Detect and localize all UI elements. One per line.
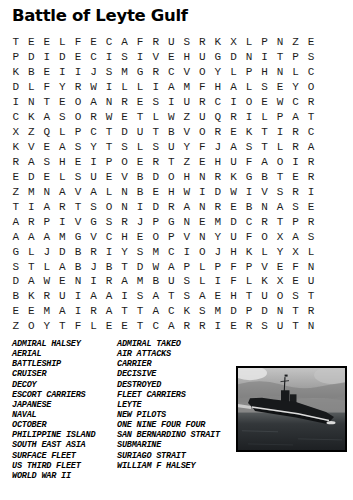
grid-cell: C bbox=[8, 110, 24, 125]
grid-cell: L bbox=[24, 80, 40, 95]
grid-cell: D bbox=[210, 184, 226, 199]
grid-cell: E bbox=[226, 319, 242, 334]
grid-cell: I bbox=[272, 125, 288, 140]
grid-cell: I bbox=[303, 184, 319, 199]
word-list-item: JAPANESE bbox=[12, 400, 95, 410]
grid-cell: Q bbox=[210, 110, 226, 125]
grid-cell: H bbox=[257, 65, 273, 80]
grid-cell: A bbox=[86, 184, 102, 199]
grid-cell: P bbox=[288, 214, 304, 229]
grid-cell: L bbox=[55, 125, 71, 140]
grid-cell: T bbox=[272, 214, 288, 229]
grid-cell: J bbox=[86, 259, 102, 274]
grid-cell: R bbox=[210, 199, 226, 214]
grid-cell: M bbox=[210, 214, 226, 229]
grid-cell: E bbox=[55, 95, 71, 110]
page-title: Battle of Leyte Gulf bbox=[12, 6, 188, 25]
grid-cell: O bbox=[241, 95, 257, 110]
grid-cell: I bbox=[24, 199, 40, 214]
grid-cell: I bbox=[101, 80, 117, 95]
grid-cell: K bbox=[210, 35, 226, 50]
grid-cell: Y bbox=[117, 244, 133, 259]
grid-cell: E bbox=[132, 95, 148, 110]
grid-cell: L bbox=[195, 274, 211, 289]
grid-cell: D bbox=[8, 80, 24, 95]
grid-cell: M bbox=[210, 304, 226, 319]
grid-cell: E bbox=[195, 155, 211, 170]
grid-cell: A bbox=[226, 140, 242, 155]
grid-cell: L bbox=[288, 65, 304, 80]
grid-cell: C bbox=[163, 65, 179, 80]
grid-cell: U bbox=[86, 169, 102, 184]
grid-cell: H bbox=[179, 50, 195, 65]
grid-cell: P bbox=[241, 259, 257, 274]
grid-cell: D bbox=[226, 214, 242, 229]
grid-cell: X bbox=[288, 244, 304, 259]
grid-cell: U bbox=[163, 35, 179, 50]
grid-cell: A bbox=[257, 155, 273, 170]
grid-cell: R bbox=[257, 214, 273, 229]
grid-cell: O bbox=[272, 289, 288, 304]
grid-cell: K bbox=[241, 125, 257, 140]
grid-cell: E bbox=[101, 319, 117, 334]
grid-cell: I bbox=[101, 244, 117, 259]
word-list-item: SUBMARINE bbox=[117, 440, 220, 450]
grid-cell: A bbox=[24, 274, 40, 289]
grid-cell: D bbox=[257, 304, 273, 319]
grid-cell: G bbox=[70, 229, 86, 244]
grid-cell: N bbox=[241, 50, 257, 65]
grid-cell: H bbox=[117, 229, 133, 244]
grid-cell: R bbox=[24, 214, 40, 229]
grid-cell: D bbox=[24, 50, 40, 65]
grid-cell: A bbox=[8, 214, 24, 229]
grid-cell: Q bbox=[39, 125, 55, 140]
grid-cell: X bbox=[272, 229, 288, 244]
word-list-item: DECOY bbox=[12, 380, 95, 390]
grid-cell: T bbox=[257, 125, 273, 140]
grid-cell: A bbox=[55, 184, 71, 199]
grid-cell: O bbox=[117, 155, 133, 170]
grid-cell: B bbox=[70, 244, 86, 259]
grid-cell: L bbox=[86, 319, 102, 334]
grid-cell: T bbox=[303, 110, 319, 125]
grid-cell: P bbox=[39, 214, 55, 229]
grid-cell: V bbox=[117, 169, 133, 184]
grid-cell: Y bbox=[39, 319, 55, 334]
grid-cell: O bbox=[148, 229, 164, 244]
grid-cell: N bbox=[257, 199, 273, 214]
grid-cell: A bbox=[163, 319, 179, 334]
grid-cell: S bbox=[303, 229, 319, 244]
grid-cell: R bbox=[210, 125, 226, 140]
grid-cell: S bbox=[39, 155, 55, 170]
grid-cell: L bbox=[132, 140, 148, 155]
grid-cell: K bbox=[8, 65, 24, 80]
grid-cell: I bbox=[86, 155, 102, 170]
grid-cell: X bbox=[272, 274, 288, 289]
grid-cell: A bbox=[117, 274, 133, 289]
grid-cell: G bbox=[241, 169, 257, 184]
grid-cell: P bbox=[163, 229, 179, 244]
grid-cell: E bbox=[39, 65, 55, 80]
grid-cell: U bbox=[303, 274, 319, 289]
grid-cell: E bbox=[288, 169, 304, 184]
word-list-item: SOUTH EAST ASIA bbox=[12, 440, 95, 450]
grid-cell: U bbox=[163, 274, 179, 289]
grid-cell: P bbox=[148, 214, 164, 229]
grid-cell: W bbox=[226, 184, 242, 199]
grid-cell: R bbox=[86, 304, 102, 319]
grid-cell: M bbox=[148, 244, 164, 259]
grid-cell: S bbox=[195, 304, 211, 319]
grid-cell: Y bbox=[288, 80, 304, 95]
grid-cell: T bbox=[70, 199, 86, 214]
grid-cell: W bbox=[86, 80, 102, 95]
grid-cell: R bbox=[241, 319, 257, 334]
grid-cell: E bbox=[24, 35, 40, 50]
grid-cell: P bbox=[101, 155, 117, 170]
grid-cell: L bbox=[241, 274, 257, 289]
grid-cell: R bbox=[86, 110, 102, 125]
grid-cell: I bbox=[101, 50, 117, 65]
grid-cell: A bbox=[148, 304, 164, 319]
grid-cell: G bbox=[8, 244, 24, 259]
grid-cell: S bbox=[257, 80, 273, 95]
grid-cell: E bbox=[303, 199, 319, 214]
grid-cell: A bbox=[24, 229, 40, 244]
word-list-item: SURIAGO STRAIT bbox=[117, 451, 220, 461]
grid-cell: E bbox=[86, 35, 102, 50]
grid-cell: N bbox=[272, 65, 288, 80]
grid-cell: P bbox=[210, 259, 226, 274]
grid-cell: S bbox=[70, 169, 86, 184]
grid-cell: A bbox=[86, 95, 102, 110]
grid-cell: R bbox=[288, 140, 304, 155]
grid-cell: T bbox=[24, 259, 40, 274]
grid-cell: A bbox=[39, 199, 55, 214]
grid-cell: A bbox=[101, 289, 117, 304]
word-list-item: CRUISER bbox=[12, 369, 95, 379]
grid-cell: L bbox=[195, 259, 211, 274]
grid-cell: V bbox=[148, 50, 164, 65]
grid-cell: A bbox=[288, 110, 304, 125]
grid-cell: V bbox=[70, 184, 86, 199]
grid-cell: T bbox=[132, 304, 148, 319]
grid-cell: A bbox=[163, 80, 179, 95]
grid-cell: I bbox=[288, 155, 304, 170]
grid-cell: A bbox=[39, 229, 55, 244]
grid-cell: N bbox=[39, 184, 55, 199]
grid-cell: L bbox=[148, 110, 164, 125]
grid-cell: S bbox=[179, 35, 195, 50]
grid-cell: Z bbox=[179, 110, 195, 125]
grid-cell: C bbox=[288, 95, 304, 110]
grid-cell: I bbox=[179, 244, 195, 259]
grid-cell: D bbox=[55, 244, 71, 259]
grid-cell: T bbox=[272, 169, 288, 184]
grid-cell: R bbox=[179, 319, 195, 334]
grid-cell: C bbox=[303, 65, 319, 80]
grid-cell: V bbox=[179, 229, 195, 244]
grid-cell: A bbox=[55, 259, 71, 274]
grid-cell: T bbox=[101, 140, 117, 155]
grid-cell: N bbox=[195, 169, 211, 184]
grid-cell: T bbox=[272, 50, 288, 65]
grid-cell: O bbox=[101, 199, 117, 214]
grid-cell: R bbox=[226, 110, 242, 125]
grid-cell: N bbox=[303, 319, 319, 334]
grid-cell: V bbox=[257, 259, 273, 274]
word-list-item: ONE NINE FOUR FOUR bbox=[117, 420, 220, 430]
grid-cell: T bbox=[117, 259, 133, 274]
grid-cell: K bbox=[8, 140, 24, 155]
worksheet-page: Battle of Leyte Gulf TEELFECAFRUSRKXLPNZ… bbox=[0, 0, 353, 500]
grid-cell: F bbox=[70, 319, 86, 334]
grid-cell: S bbox=[148, 95, 164, 110]
grid-cell: D bbox=[55, 50, 71, 65]
word-list-item: AIR ATTACKS bbox=[117, 349, 220, 359]
grid-cell: I bbox=[148, 80, 164, 95]
grid-cell: O bbox=[163, 169, 179, 184]
word-list-item: SAN BERNARDINO STRAIT bbox=[117, 430, 220, 440]
grid-cell: I bbox=[117, 289, 133, 304]
grid-cell: X bbox=[226, 35, 242, 50]
grid-cell: F bbox=[241, 229, 257, 244]
grid-cell: I bbox=[210, 319, 226, 334]
grid-cell: T bbox=[8, 35, 24, 50]
grid-cell: P bbox=[288, 50, 304, 65]
grid-cell: X bbox=[8, 125, 24, 140]
grid-cell: U bbox=[195, 110, 211, 125]
grid-cell: J bbox=[86, 65, 102, 80]
grid-cell: H bbox=[163, 184, 179, 199]
grid-cell: Y bbox=[55, 80, 71, 95]
grid-cell: R bbox=[288, 125, 304, 140]
grid-cell: G bbox=[210, 50, 226, 65]
grid-cell: G bbox=[132, 65, 148, 80]
grid-cell: T bbox=[8, 199, 24, 214]
grid-cell: O bbox=[195, 125, 211, 140]
grid-cell: Z bbox=[179, 155, 195, 170]
grid-cell: E bbox=[132, 229, 148, 244]
grid-cell: J bbox=[132, 214, 148, 229]
grid-cell: A bbox=[288, 229, 304, 244]
photo-flag bbox=[285, 375, 288, 377]
grid-cell: R bbox=[303, 155, 319, 170]
grid-cell: R bbox=[210, 169, 226, 184]
grid-cell: I bbox=[70, 304, 86, 319]
grid-cell: L bbox=[117, 80, 133, 95]
word-list-item: PHILIPPINE ISLAND bbox=[12, 430, 95, 440]
grid-cell: S bbox=[257, 319, 273, 334]
grid-cell: R bbox=[8, 155, 24, 170]
grid-cell: E bbox=[101, 169, 117, 184]
grid-cell: W bbox=[179, 184, 195, 199]
grid-cell: P bbox=[70, 125, 86, 140]
grid-cell: E bbox=[117, 110, 133, 125]
word-list-item: DECISIVE bbox=[117, 369, 220, 379]
grid-cell: K bbox=[257, 274, 273, 289]
word-list-item: LEYTE bbox=[117, 400, 220, 410]
grid-cell: R bbox=[39, 289, 55, 304]
grid-cell: U bbox=[179, 95, 195, 110]
word-list-item: CARRIER bbox=[117, 359, 220, 369]
grid-cell: D bbox=[226, 50, 242, 65]
grid-cell: L bbox=[241, 80, 257, 95]
grid-cell: A bbox=[86, 289, 102, 304]
word-list-item: US THIRD FLEET bbox=[12, 461, 95, 471]
grid-cell: E bbox=[288, 274, 304, 289]
grid-cell: E bbox=[117, 319, 133, 334]
grid-cell: R bbox=[86, 244, 102, 259]
grid-cell: R bbox=[55, 199, 71, 214]
grid-cell: J bbox=[210, 244, 226, 259]
grid-cell: D bbox=[226, 304, 242, 319]
grid-cell: O bbox=[195, 244, 211, 259]
grid-cell: L bbox=[101, 184, 117, 199]
grid-cell: M bbox=[132, 274, 148, 289]
grid-cell: A bbox=[55, 140, 71, 155]
word-list-item: NAVAL bbox=[12, 410, 95, 420]
grid-cell: M bbox=[24, 184, 40, 199]
grid-cell: C bbox=[210, 95, 226, 110]
grid-cell: R bbox=[117, 214, 133, 229]
word-list-item: FLEET CARRIERS bbox=[117, 390, 220, 400]
grid-cell: S bbox=[132, 289, 148, 304]
grid-cell: A bbox=[226, 80, 242, 95]
grid-cell: R bbox=[117, 95, 133, 110]
grid-cell: N bbox=[195, 199, 211, 214]
carrier-photo bbox=[236, 366, 347, 452]
grid-cell: S bbox=[148, 140, 164, 155]
grid-cell: O bbox=[24, 319, 40, 334]
grid-cell: J bbox=[39, 244, 55, 259]
grid-cell: U bbox=[132, 125, 148, 140]
grid-cell: C bbox=[86, 50, 102, 65]
grid-cell: N bbox=[70, 274, 86, 289]
grid-cell: A bbox=[117, 35, 133, 50]
carrier-photo-art bbox=[238, 368, 345, 450]
grid-cell: G bbox=[86, 214, 102, 229]
grid-cell: Z bbox=[288, 35, 304, 50]
grid-cell: N bbox=[195, 229, 211, 244]
grid-cell: I bbox=[241, 110, 257, 125]
grid-cell: W bbox=[163, 110, 179, 125]
grid-cell: H bbox=[55, 155, 71, 170]
grid-cell: C bbox=[241, 214, 257, 229]
grid-cell: P bbox=[272, 110, 288, 125]
grid-cell: T bbox=[132, 110, 148, 125]
grid-cell: E bbox=[303, 35, 319, 50]
grid-cell: C bbox=[101, 229, 117, 244]
grid-cell: R bbox=[101, 274, 117, 289]
grid-cell: S bbox=[179, 289, 195, 304]
grid-cell: U bbox=[163, 140, 179, 155]
grid-cell: L bbox=[24, 244, 40, 259]
grid-cell: E bbox=[39, 35, 55, 50]
grid-cell: N bbox=[24, 95, 40, 110]
grid-cell: U bbox=[226, 229, 242, 244]
grid-cell: F bbox=[132, 35, 148, 50]
grid-cell: L bbox=[55, 35, 71, 50]
grid-cell: K bbox=[24, 110, 40, 125]
grid-cell: N bbox=[272, 304, 288, 319]
grid-cell: C bbox=[163, 304, 179, 319]
grid-cell: M bbox=[39, 304, 55, 319]
word-list-item: BATTLESHIP bbox=[12, 359, 95, 369]
grid-cell: I bbox=[86, 274, 102, 289]
grid-cell: V bbox=[179, 125, 195, 140]
grid-cell: U bbox=[55, 289, 71, 304]
grid-cell: E bbox=[226, 199, 242, 214]
grid-cell: F bbox=[39, 80, 55, 95]
grid-cell: B bbox=[70, 259, 86, 274]
grid-cell: W bbox=[148, 259, 164, 274]
grid-cell: R bbox=[148, 155, 164, 170]
grid-cell: H bbox=[179, 169, 195, 184]
grid-cell: V bbox=[257, 184, 273, 199]
grid-cell: L bbox=[303, 244, 319, 259]
grid-cell: Z bbox=[24, 125, 40, 140]
grid-cell: A bbox=[272, 199, 288, 214]
grid-cell: S bbox=[241, 140, 257, 155]
grid-cell: H bbox=[226, 244, 242, 259]
grid-cell: S bbox=[55, 110, 71, 125]
word-list-column-1: ADMIRAL HALSEYAERIALBATTLESHIPCRUISERDEC… bbox=[12, 339, 95, 481]
grid-cell: S bbox=[117, 50, 133, 65]
grid-cell: P bbox=[8, 50, 24, 65]
grid-cell: V bbox=[70, 214, 86, 229]
grid-cell: H bbox=[226, 289, 242, 304]
grid-cell: U bbox=[272, 319, 288, 334]
grid-cell: T bbox=[117, 304, 133, 319]
grid-cell: B bbox=[132, 184, 148, 199]
grid-cell: Y bbox=[272, 244, 288, 259]
grid-cell: F bbox=[70, 35, 86, 50]
grid-cell: S bbox=[117, 140, 133, 155]
grid-cell: E bbox=[24, 304, 40, 319]
grid-cell: D bbox=[8, 274, 24, 289]
grid-cell: B bbox=[148, 274, 164, 289]
grid-cell: Z bbox=[8, 184, 24, 199]
grid-cell: T bbox=[55, 319, 71, 334]
grid-cell: C bbox=[163, 244, 179, 259]
grid-cell: Y bbox=[179, 140, 195, 155]
grid-cell: A bbox=[195, 289, 211, 304]
grid-cell: V bbox=[24, 140, 40, 155]
grid-cell: B bbox=[257, 169, 273, 184]
grid-cell: A bbox=[101, 304, 117, 319]
grid-cell: R bbox=[288, 184, 304, 199]
grid-cell: S bbox=[272, 184, 288, 199]
grid-cell: E bbox=[210, 289, 226, 304]
grid-cell: C bbox=[86, 125, 102, 140]
grid-cell: P bbox=[241, 304, 257, 319]
grid-cell: P bbox=[257, 35, 273, 50]
grid-cell: E bbox=[226, 125, 242, 140]
grid-cell: A bbox=[55, 304, 71, 319]
grid-cell: T bbox=[288, 304, 304, 319]
grid-cell: O bbox=[195, 65, 211, 80]
grid-cell: I bbox=[257, 50, 273, 65]
grid-cell: E bbox=[70, 155, 86, 170]
grid-cell: A bbox=[148, 289, 164, 304]
grid-cell: S bbox=[179, 274, 195, 289]
grid-cell: S bbox=[303, 50, 319, 65]
word-search-grid: TEELFECAFRUSRKXLPNZEPDIDECISIVEHUGDNITPS… bbox=[8, 35, 319, 334]
grid-cell: I bbox=[55, 65, 71, 80]
